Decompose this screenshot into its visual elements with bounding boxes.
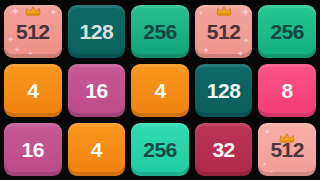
tile-r1c2[interactable]: 128 <box>68 5 126 58</box>
tile-value: 4 <box>91 139 102 160</box>
tile-r1c1[interactable]: ✦✦✦✦✦512 <box>4 5 62 58</box>
tile-value: 128 <box>207 80 241 101</box>
sparkle-icon: ✦ <box>198 10 203 16</box>
tile-r1c5[interactable]: 256 <box>258 5 316 58</box>
tile-value: 256 <box>270 21 304 42</box>
tile-r2c4[interactable]: 128 <box>195 64 253 117</box>
tile-value: 512 <box>207 21 241 42</box>
tile-r3c1[interactable]: 16 <box>4 123 62 176</box>
sparkle-icon: ✦ <box>203 47 209 55</box>
sparkle-icon: ✦ <box>50 9 56 17</box>
tile-value: 16 <box>85 80 107 101</box>
sparkle-icon: ✦ <box>14 46 19 53</box>
sparkle-icon: ✦ <box>264 128 269 135</box>
tile-r3c2[interactable]: 4 <box>68 123 126 176</box>
tile-r1c4[interactable]: ✦✦✦✦✦512 <box>195 5 253 58</box>
sparkle-icon: ✦ <box>237 50 242 57</box>
tile-value: 32 <box>212 139 234 160</box>
tile-value: 4 <box>154 80 165 101</box>
tile-r3c3[interactable]: 256 <box>131 123 189 176</box>
tile-value: 256 <box>143 139 177 160</box>
sparkle-icon: ✦ <box>243 37 248 44</box>
tile-value: 256 <box>143 21 177 42</box>
sparkle-icon: ✦ <box>270 170 273 174</box>
sparkle-icon: ✦ <box>11 7 19 17</box>
sparkle-icon: ✦ <box>241 7 250 18</box>
crown-icon <box>279 125 296 136</box>
tile-value: 4 <box>27 80 38 101</box>
tile-r2c1[interactable]: 4 <box>4 64 62 117</box>
tile-r3c5[interactable]: ✦✦✦512 <box>258 123 316 176</box>
tile-r2c2[interactable]: 16 <box>68 64 126 117</box>
sparkle-icon: ✦ <box>262 162 266 167</box>
crown-icon <box>215 0 232 9</box>
tile-value: 16 <box>22 139 44 160</box>
tile-value: 128 <box>80 21 114 42</box>
tile-r1c3[interactable]: 256 <box>131 5 189 58</box>
game-board[interactable]: ✦✦✦✦✦512128256✦✦✦✦✦512256416412881642563… <box>0 0 320 180</box>
tile-value: 512 <box>16 21 50 42</box>
tile-r2c3[interactable]: 4 <box>131 64 189 117</box>
crown-icon <box>24 0 41 9</box>
tile-r2c5[interactable]: 8 <box>258 64 316 117</box>
sparkle-icon: ✦ <box>7 36 13 44</box>
tile-value: 8 <box>282 80 293 101</box>
sparkle-icon: ✦ <box>28 51 32 56</box>
tile-r3c4[interactable]: 32 <box>195 123 253 176</box>
